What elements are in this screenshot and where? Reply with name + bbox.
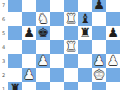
piece-white-pawn-h3[interactable]: ♟ <box>106 54 120 68</box>
square-c6[interactable]: ♞ <box>36 12 50 26</box>
piece-white-king-g2[interactable]: ♚ <box>92 68 106 82</box>
square-b2[interactable]: ♟ <box>22 68 36 82</box>
square-h4[interactable] <box>106 40 120 54</box>
square-f1[interactable] <box>78 82 92 90</box>
square-h7[interactable] <box>106 0 120 12</box>
square-e1[interactable] <box>64 82 78 90</box>
square-h1[interactable] <box>106 82 120 90</box>
square-g5[interactable] <box>92 26 106 40</box>
square-a5[interactable] <box>8 26 22 40</box>
chessboard-viewport: ♟♞♜♝♟♚♜♟♜♟♟♟♟♚♜ 7654321 <box>0 0 120 90</box>
square-a6[interactable] <box>8 12 22 26</box>
square-f2[interactable] <box>78 68 92 82</box>
square-h3[interactable]: ♟ <box>106 54 120 68</box>
rank-label-1: 1 <box>0 82 7 90</box>
square-g1[interactable] <box>92 82 106 90</box>
square-h6[interactable] <box>106 12 120 26</box>
square-b7[interactable] <box>22 0 36 12</box>
chess-board: ♟♞♜♝♟♚♜♟♜♟♟♟♟♚♜ <box>8 0 120 90</box>
square-b5[interactable]: ♟ <box>22 26 36 40</box>
piece-black-pawn-g7[interactable]: ♟ <box>92 0 106 12</box>
rank-label-3: 3 <box>0 54 7 68</box>
square-a1[interactable]: ♜ <box>8 82 22 90</box>
rank-label-7: 7 <box>0 0 7 12</box>
square-f4[interactable] <box>78 40 92 54</box>
square-d2[interactable] <box>50 68 64 82</box>
square-d6[interactable] <box>50 12 64 26</box>
square-d4[interactable] <box>50 40 64 54</box>
piece-white-pawn-g3[interactable]: ♟ <box>92 54 106 68</box>
piece-black-rook-a1[interactable]: ♜ <box>8 82 22 90</box>
square-g7[interactable]: ♟ <box>92 0 106 12</box>
square-e6[interactable]: ♜ <box>64 12 78 26</box>
square-a4[interactable] <box>8 40 22 54</box>
square-c3[interactable]: ♟ <box>36 54 50 68</box>
square-b1[interactable] <box>22 82 36 90</box>
piece-black-pawn-h5[interactable]: ♟ <box>106 26 120 40</box>
square-g4[interactable] <box>92 40 106 54</box>
rank-labels: 7654321 <box>0 0 8 90</box>
piece-white-pawn-c3[interactable]: ♟ <box>36 54 50 68</box>
square-h2[interactable] <box>106 68 120 82</box>
rank-label-4: 4 <box>0 40 7 54</box>
square-b6[interactable] <box>22 12 36 26</box>
square-e2[interactable] <box>64 68 78 82</box>
square-c2[interactable] <box>36 68 50 82</box>
square-d1[interactable] <box>50 82 64 90</box>
square-a7[interactable] <box>8 0 22 12</box>
piece-black-rook-f5[interactable]: ♜ <box>78 26 92 40</box>
piece-white-rook-e6[interactable]: ♜ <box>64 12 78 26</box>
square-f6[interactable]: ♝ <box>78 12 92 26</box>
rank-label-2: 2 <box>0 68 7 82</box>
square-a3[interactable] <box>8 54 22 68</box>
square-f3[interactable] <box>78 54 92 68</box>
piece-black-bishop-f6[interactable]: ♝ <box>78 12 92 26</box>
square-c1[interactable] <box>36 82 50 90</box>
square-g3[interactable]: ♟ <box>92 54 106 68</box>
square-e4[interactable]: ♜ <box>64 40 78 54</box>
piece-white-knight-c6[interactable]: ♞ <box>36 12 50 26</box>
square-e3[interactable] <box>64 54 78 68</box>
square-c5[interactable]: ♚ <box>36 26 50 40</box>
square-a2[interactable] <box>8 68 22 82</box>
square-d3[interactable] <box>50 54 64 68</box>
square-f5[interactable]: ♜ <box>78 26 92 40</box>
piece-black-pawn-b5[interactable]: ♟ <box>22 26 36 40</box>
piece-black-king-c5[interactable]: ♚ <box>36 26 50 40</box>
square-g6[interactable] <box>92 12 106 26</box>
square-h5[interactable]: ♟ <box>106 26 120 40</box>
piece-white-rook-e4[interactable]: ♜ <box>64 40 78 54</box>
rank-label-6: 6 <box>0 12 7 26</box>
square-b4[interactable] <box>22 40 36 54</box>
square-g2[interactable]: ♚ <box>92 68 106 82</box>
piece-white-pawn-b2[interactable]: ♟ <box>22 68 36 82</box>
rank-label-5: 5 <box>0 26 7 40</box>
square-e5[interactable] <box>64 26 78 40</box>
square-d7[interactable] <box>50 0 64 12</box>
square-b3[interactable] <box>22 54 36 68</box>
square-d5[interactable] <box>50 26 64 40</box>
square-c4[interactable] <box>36 40 50 54</box>
